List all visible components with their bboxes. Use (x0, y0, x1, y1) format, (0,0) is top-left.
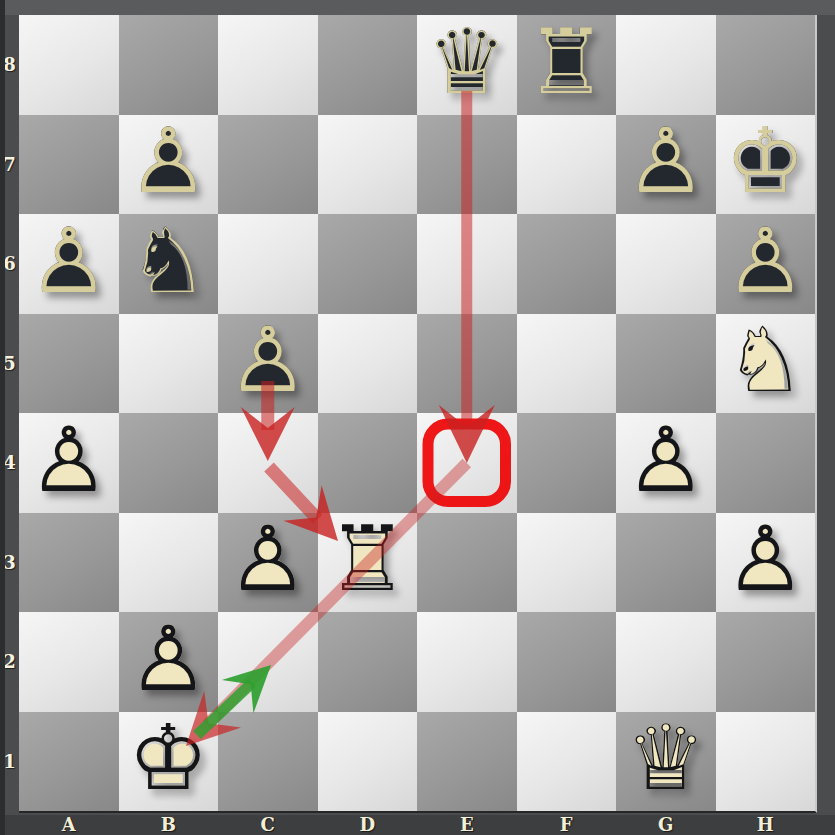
square-g4[interactable]: ♟♙ (616, 413, 716, 513)
white-rook-outline-icon: ♖ (318, 510, 418, 610)
file-label-c: C (218, 814, 318, 835)
square-b7[interactable]: ♟♙ (119, 115, 219, 215)
square-b3[interactable] (119, 513, 219, 613)
piece-black-pawn[interactable]: ♟♙ (616, 115, 716, 215)
square-e7[interactable] (417, 115, 517, 215)
white-pawn-outline-icon: ♙ (218, 510, 318, 610)
square-d7[interactable] (318, 115, 418, 215)
square-d5[interactable] (318, 314, 418, 414)
square-f5[interactable] (517, 314, 617, 414)
piece-black-pawn[interactable]: ♟♙ (218, 314, 318, 414)
board-frame-left-edge (0, 0, 5, 835)
white-queen-outline-icon: ♕ (616, 709, 716, 809)
square-a5[interactable] (19, 314, 119, 414)
chess-diagram: ♛♕♜♖♟♙♟♙♚♔♟♙♞♘♟♙♟♙♞♘♟♙♟♙♟♙♜♖♟♙♟♙♚♔♛♕ 876… (0, 0, 835, 835)
square-f6[interactable] (517, 214, 617, 314)
square-d8[interactable] (318, 15, 418, 115)
square-g5[interactable] (616, 314, 716, 414)
square-h2[interactable] (716, 612, 816, 712)
file-label-e: E (417, 814, 517, 835)
piece-white-king[interactable]: ♚♔ (119, 712, 219, 812)
piece-black-pawn[interactable]: ♟♙ (19, 214, 119, 314)
square-b6[interactable]: ♞♘ (119, 214, 219, 314)
black-knight-outline-icon: ♘ (119, 211, 219, 311)
square-h4[interactable] (716, 413, 816, 513)
piece-black-pawn[interactable]: ♟♙ (716, 214, 816, 314)
square-g3[interactable] (616, 513, 716, 613)
square-f2[interactable] (517, 612, 617, 712)
square-h5[interactable]: ♞♘ (716, 314, 816, 414)
file-label-f: F (517, 814, 617, 835)
square-h8[interactable] (716, 15, 816, 115)
black-pawn-outline-icon: ♙ (716, 211, 816, 311)
square-e5[interactable] (417, 314, 517, 414)
piece-white-pawn[interactable]: ♟♙ (119, 612, 219, 712)
square-h6[interactable]: ♟♙ (716, 214, 816, 314)
square-g1[interactable]: ♛♕ (616, 712, 716, 812)
square-g7[interactable]: ♟♙ (616, 115, 716, 215)
white-pawn-outline-icon: ♙ (716, 510, 816, 610)
square-g2[interactable] (616, 612, 716, 712)
piece-white-pawn[interactable]: ♟♙ (218, 513, 318, 613)
square-b4[interactable] (119, 413, 219, 513)
square-e1[interactable] (417, 712, 517, 812)
square-a3[interactable] (19, 513, 119, 613)
piece-white-pawn[interactable]: ♟♙ (616, 413, 716, 513)
square-a7[interactable] (19, 115, 119, 215)
black-queen-outline-icon: ♕ (417, 12, 517, 112)
square-c7[interactable] (218, 115, 318, 215)
square-b2[interactable]: ♟♙ (119, 612, 219, 712)
file-label-h: H (716, 814, 816, 835)
square-a2[interactable] (19, 612, 119, 712)
square-b5[interactable] (119, 314, 219, 414)
square-h1[interactable] (716, 712, 816, 812)
square-c6[interactable] (218, 214, 318, 314)
square-c3[interactable]: ♟♙ (218, 513, 318, 613)
square-a1[interactable] (19, 712, 119, 812)
black-pawn-outline-icon: ♙ (119, 112, 219, 212)
square-g8[interactable] (616, 15, 716, 115)
black-pawn-outline-icon: ♙ (19, 211, 119, 311)
chess-board: ♛♕♜♖♟♙♟♙♚♔♟♙♞♘♟♙♟♙♞♘♟♙♟♙♟♙♜♖♟♙♟♙♚♔♛♕ (19, 15, 817, 813)
square-f4[interactable] (517, 413, 617, 513)
black-pawn-outline-icon: ♙ (616, 112, 716, 212)
square-g6[interactable] (616, 214, 716, 314)
file-label-b: B (119, 814, 219, 835)
white-pawn-outline-icon: ♙ (616, 410, 716, 510)
square-b1[interactable]: ♚♔ (119, 712, 219, 812)
piece-black-king[interactable]: ♚♔ (716, 115, 816, 215)
square-d1[interactable] (318, 712, 418, 812)
square-h7[interactable]: ♚♔ (716, 115, 816, 215)
square-f3[interactable] (517, 513, 617, 613)
square-c4[interactable] (218, 413, 318, 513)
black-rook-outline-icon: ♖ (517, 12, 617, 112)
piece-white-pawn[interactable]: ♟♙ (19, 413, 119, 513)
square-e4[interactable] (417, 413, 517, 513)
piece-white-rook[interactable]: ♜♖ (318, 513, 418, 613)
square-d4[interactable] (318, 413, 418, 513)
white-pawn-outline-icon: ♙ (119, 609, 219, 709)
piece-black-pawn[interactable]: ♟♙ (119, 115, 219, 215)
white-pawn-outline-icon: ♙ (19, 410, 119, 510)
square-f7[interactable] (517, 115, 617, 215)
square-d3[interactable]: ♜♖ (318, 513, 418, 613)
square-c1[interactable] (218, 712, 318, 812)
square-e8[interactable]: ♛♕ (417, 15, 517, 115)
square-a4[interactable]: ♟♙ (19, 413, 119, 513)
square-e2[interactable] (417, 612, 517, 712)
white-knight-outline-icon: ♘ (716, 311, 816, 411)
square-f1[interactable] (517, 712, 617, 812)
file-label-d: D (318, 814, 418, 835)
piece-white-queen[interactable]: ♛♕ (616, 712, 716, 812)
piece-white-knight[interactable]: ♞♘ (716, 314, 816, 414)
square-a6[interactable]: ♟♙ (19, 214, 119, 314)
piece-black-queen[interactable]: ♛♕ (417, 15, 517, 115)
black-king-outline-icon: ♔ (716, 112, 816, 212)
black-pawn-outline-icon: ♙ (218, 311, 318, 411)
square-f8[interactable]: ♜♖ (517, 15, 617, 115)
square-c2[interactable] (218, 612, 318, 712)
file-label-a: A (19, 814, 119, 835)
piece-black-knight[interactable]: ♞♘ (119, 214, 219, 314)
file-label-g: G (616, 814, 716, 835)
square-d2[interactable] (318, 612, 418, 712)
piece-white-pawn[interactable]: ♟♙ (716, 513, 816, 613)
square-e3[interactable] (417, 513, 517, 613)
square-e6[interactable] (417, 214, 517, 314)
piece-black-rook[interactable]: ♜♖ (517, 15, 617, 115)
square-a8[interactable] (19, 15, 119, 115)
square-d6[interactable] (318, 214, 418, 314)
white-king-outline-icon: ♔ (119, 709, 219, 809)
square-c5[interactable]: ♟♙ (218, 314, 318, 414)
square-h3[interactable]: ♟♙ (716, 513, 816, 613)
square-b8[interactable] (119, 15, 219, 115)
square-c8[interactable] (218, 15, 318, 115)
